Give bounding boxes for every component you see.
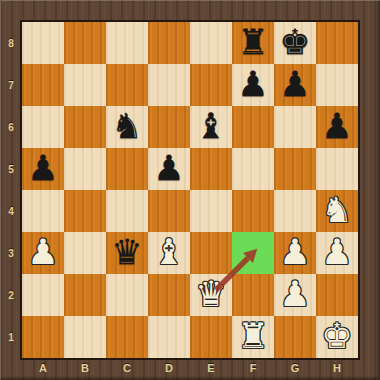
board-frame: ♜♚♟♟♞♝♟♟♟♞♟♛♝♟♟♛♟♜♚ 87654321ABCDEFGH: [0, 0, 380, 380]
square-e5[interactable]: [190, 148, 232, 190]
piece-black-pawn[interactable]: ♟: [232, 64, 274, 106]
file-label-b: B: [64, 358, 106, 378]
square-f3[interactable]: [232, 232, 274, 274]
file-label-c: C: [106, 358, 148, 378]
square-f4[interactable]: [232, 190, 274, 232]
square-g4[interactable]: [274, 190, 316, 232]
piece-black-rook[interactable]: ♜: [232, 22, 274, 64]
square-g8[interactable]: ♚: [274, 22, 316, 64]
piece-white-pawn[interactable]: ♟: [274, 232, 316, 274]
square-g7[interactable]: ♟: [274, 64, 316, 106]
square-a1[interactable]: [22, 316, 64, 358]
square-f8[interactable]: ♜: [232, 22, 274, 64]
square-g2[interactable]: ♟: [274, 274, 316, 316]
square-e1[interactable]: [190, 316, 232, 358]
rank-label-7: 7: [0, 64, 22, 106]
rank-label-5: 5: [0, 148, 22, 190]
square-h6[interactable]: ♟: [316, 106, 358, 148]
square-g5[interactable]: [274, 148, 316, 190]
square-d7[interactable]: [148, 64, 190, 106]
square-g1[interactable]: [274, 316, 316, 358]
piece-black-king[interactable]: ♚: [274, 22, 316, 64]
piece-white-rook[interactable]: ♜: [232, 316, 274, 358]
file-label-a: A: [22, 358, 64, 378]
square-e4[interactable]: [190, 190, 232, 232]
file-label-g: G: [274, 358, 316, 378]
piece-white-pawn[interactable]: ♟: [22, 232, 64, 274]
square-a7[interactable]: [22, 64, 64, 106]
square-f6[interactable]: [232, 106, 274, 148]
rank-label-6: 6: [0, 106, 22, 148]
square-a3[interactable]: ♟: [22, 232, 64, 274]
square-c6[interactable]: ♞: [106, 106, 148, 148]
rank-label-1: 1: [0, 316, 22, 358]
square-e2[interactable]: ♛: [190, 274, 232, 316]
square-h1[interactable]: ♚: [316, 316, 358, 358]
file-label-f: F: [232, 358, 274, 378]
chess-board: ♜♚♟♟♞♝♟♟♟♞♟♛♝♟♟♛♟♜♚: [22, 22, 358, 358]
rank-label-8: 8: [0, 22, 22, 64]
piece-white-queen[interactable]: ♛: [190, 274, 232, 316]
square-d1[interactable]: [148, 316, 190, 358]
square-d4[interactable]: [148, 190, 190, 232]
piece-black-queen[interactable]: ♛: [106, 232, 148, 274]
square-h4[interactable]: ♞: [316, 190, 358, 232]
square-f7[interactable]: ♟: [232, 64, 274, 106]
piece-black-knight[interactable]: ♞: [106, 106, 148, 148]
square-g3[interactable]: ♟: [274, 232, 316, 274]
square-h5[interactable]: [316, 148, 358, 190]
piece-black-bishop[interactable]: ♝: [190, 106, 232, 148]
square-b7[interactable]: [64, 64, 106, 106]
square-f5[interactable]: [232, 148, 274, 190]
piece-black-pawn[interactable]: ♟: [316, 106, 358, 148]
piece-black-pawn[interactable]: ♟: [274, 64, 316, 106]
square-c1[interactable]: [106, 316, 148, 358]
square-b1[interactable]: [64, 316, 106, 358]
piece-white-king[interactable]: ♚: [316, 316, 358, 358]
square-h7[interactable]: [316, 64, 358, 106]
file-label-d: D: [148, 358, 190, 378]
square-b2[interactable]: [64, 274, 106, 316]
piece-white-pawn[interactable]: ♟: [274, 274, 316, 316]
square-e7[interactable]: [190, 64, 232, 106]
square-a4[interactable]: [22, 190, 64, 232]
square-e6[interactable]: ♝: [190, 106, 232, 148]
square-d8[interactable]: [148, 22, 190, 64]
square-d6[interactable]: [148, 106, 190, 148]
square-c8[interactable]: [106, 22, 148, 64]
square-c4[interactable]: [106, 190, 148, 232]
square-a2[interactable]: [22, 274, 64, 316]
square-c2[interactable]: [106, 274, 148, 316]
square-f2[interactable]: [232, 274, 274, 316]
square-d3[interactable]: ♝: [148, 232, 190, 274]
square-e8[interactable]: [190, 22, 232, 64]
piece-black-pawn[interactable]: ♟: [22, 148, 64, 190]
file-label-h: H: [316, 358, 358, 378]
file-label-e: E: [190, 358, 232, 378]
square-a5[interactable]: ♟: [22, 148, 64, 190]
rank-label-2: 2: [0, 274, 22, 316]
square-a8[interactable]: [22, 22, 64, 64]
square-g6[interactable]: [274, 106, 316, 148]
square-b6[interactable]: [64, 106, 106, 148]
square-b4[interactable]: [64, 190, 106, 232]
rank-label-4: 4: [0, 190, 22, 232]
square-h8[interactable]: [316, 22, 358, 64]
square-c5[interactable]: [106, 148, 148, 190]
square-b5[interactable]: [64, 148, 106, 190]
square-e3[interactable]: [190, 232, 232, 274]
square-d2[interactable]: [148, 274, 190, 316]
square-b3[interactable]: [64, 232, 106, 274]
square-c3[interactable]: ♛: [106, 232, 148, 274]
square-h2[interactable]: [316, 274, 358, 316]
square-d5[interactable]: ♟: [148, 148, 190, 190]
piece-white-knight[interactable]: ♞: [316, 190, 358, 232]
square-f1[interactable]: ♜: [232, 316, 274, 358]
square-a6[interactable]: [22, 106, 64, 148]
square-b8[interactable]: [64, 22, 106, 64]
square-c7[interactable]: [106, 64, 148, 106]
rank-label-3: 3: [0, 232, 22, 274]
piece-white-pawn[interactable]: ♟: [316, 232, 358, 274]
piece-black-pawn[interactable]: ♟: [148, 148, 190, 190]
square-h3[interactable]: ♟: [316, 232, 358, 274]
piece-white-bishop[interactable]: ♝: [148, 232, 190, 274]
